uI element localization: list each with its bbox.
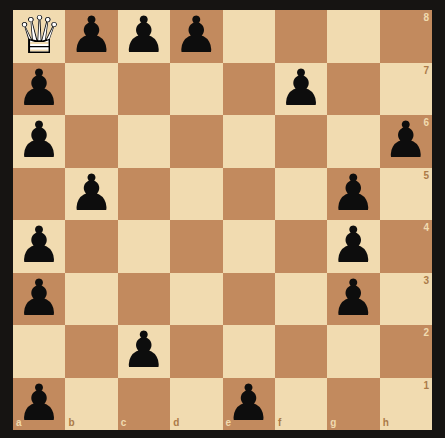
square-h6[interactable]: 6♟ [380, 115, 432, 168]
square-g5[interactable]: ♟ [327, 168, 379, 221]
black-pawn-icon[interactable]: ♟ [65, 10, 117, 63]
square-h1[interactable]: 1h [380, 378, 432, 431]
file-label-f: f [278, 418, 281, 428]
square-a5[interactable] [13, 168, 65, 221]
square-f7[interactable]: ♟ [275, 63, 327, 116]
black-pawn-icon[interactable]: ♟ [13, 63, 65, 116]
black-pawn-icon[interactable]: ♟ [65, 168, 117, 221]
black-pawn-icon[interactable]: ♟ [223, 378, 275, 431]
square-d1[interactable]: d [170, 378, 222, 431]
square-e5[interactable] [223, 168, 275, 221]
rank-label-4: 4 [423, 223, 429, 233]
square-h4[interactable]: 4 [380, 220, 432, 273]
rank-label-8: 8 [423, 13, 429, 23]
square-d5[interactable] [170, 168, 222, 221]
square-a7[interactable]: ♟ [13, 63, 65, 116]
square-d7[interactable] [170, 63, 222, 116]
square-d6[interactable] [170, 115, 222, 168]
square-f4[interactable] [275, 220, 327, 273]
square-a3[interactable]: ♟ [13, 273, 65, 326]
square-h2[interactable]: 2 [380, 325, 432, 378]
square-f2[interactable] [275, 325, 327, 378]
square-h8[interactable]: 8 [380, 10, 432, 63]
square-e3[interactable] [223, 273, 275, 326]
file-label-g: g [330, 418, 336, 428]
square-a8[interactable]: ♛♕ [13, 10, 65, 63]
square-f3[interactable] [275, 273, 327, 326]
black-pawn-icon[interactable]: ♟ [13, 273, 65, 326]
white-queen-icon[interactable]: ♕ [13, 10, 65, 63]
black-pawn-icon[interactable]: ♟ [170, 10, 222, 63]
square-e1[interactable]: e♟ [223, 378, 275, 431]
square-e8[interactable] [223, 10, 275, 63]
square-h5[interactable]: 5 [380, 168, 432, 221]
square-d2[interactable] [170, 325, 222, 378]
square-c4[interactable] [118, 220, 170, 273]
square-e4[interactable] [223, 220, 275, 273]
file-label-h: h [383, 418, 389, 428]
square-e6[interactable] [223, 115, 275, 168]
square-c3[interactable] [118, 273, 170, 326]
black-pawn-icon[interactable]: ♟ [327, 168, 379, 221]
black-pawn-icon[interactable]: ♟ [118, 325, 170, 378]
square-c8[interactable]: ♟ [118, 10, 170, 63]
square-b7[interactable] [65, 63, 117, 116]
square-b6[interactable] [65, 115, 117, 168]
square-c2[interactable]: ♟ [118, 325, 170, 378]
file-label-d: d [173, 418, 179, 428]
square-f6[interactable] [275, 115, 327, 168]
square-b4[interactable] [65, 220, 117, 273]
black-pawn-icon[interactable]: ♟ [13, 220, 65, 273]
file-label-b: b [68, 418, 74, 428]
square-f1[interactable]: f [275, 378, 327, 431]
square-a4[interactable]: ♟ [13, 220, 65, 273]
rank-label-5: 5 [423, 171, 429, 181]
square-g8[interactable] [327, 10, 379, 63]
square-h7[interactable]: 7 [380, 63, 432, 116]
black-pawn-icon[interactable]: ♟ [118, 10, 170, 63]
square-c7[interactable] [118, 63, 170, 116]
black-pawn-icon[interactable]: ♟ [275, 63, 327, 116]
black-pawn-icon[interactable]: ♟ [13, 115, 65, 168]
black-pawn-icon[interactable]: ♟ [327, 220, 379, 273]
square-a2[interactable] [13, 325, 65, 378]
square-g2[interactable] [327, 325, 379, 378]
chess-board: ♛♕♟♟♟8♟♟7♟6♟♟♟5♟♟4♟♟3♟2a♟bcde♟fg1h [13, 10, 432, 430]
square-b8[interactable]: ♟ [65, 10, 117, 63]
black-pawn-icon[interactable]: ♟ [327, 273, 379, 326]
rank-label-2: 2 [423, 328, 429, 338]
square-h3[interactable]: 3 [380, 273, 432, 326]
square-d3[interactable] [170, 273, 222, 326]
rank-label-1: 1 [423, 381, 429, 391]
rank-label-3: 3 [423, 276, 429, 286]
file-label-c: c [121, 418, 127, 428]
square-f5[interactable] [275, 168, 327, 221]
square-e2[interactable] [223, 325, 275, 378]
square-b3[interactable] [65, 273, 117, 326]
square-c6[interactable] [118, 115, 170, 168]
square-d8[interactable]: ♟ [170, 10, 222, 63]
square-g4[interactable]: ♟ [327, 220, 379, 273]
square-c1[interactable]: c [118, 378, 170, 431]
square-g6[interactable] [327, 115, 379, 168]
rank-label-7: 7 [423, 66, 429, 76]
square-b2[interactable] [65, 325, 117, 378]
black-pawn-icon[interactable]: ♟ [13, 378, 65, 431]
square-a6[interactable]: ♟ [13, 115, 65, 168]
square-b5[interactable]: ♟ [65, 168, 117, 221]
board-frame: ♛♕♟♟♟8♟♟7♟6♟♟♟5♟♟4♟♟3♟2a♟bcde♟fg1h [0, 0, 445, 438]
square-c5[interactable] [118, 168, 170, 221]
square-g3[interactable]: ♟ [327, 273, 379, 326]
black-pawn-icon[interactable]: ♟ [380, 115, 432, 168]
square-d4[interactable] [170, 220, 222, 273]
square-g1[interactable]: g [327, 378, 379, 431]
square-e7[interactable] [223, 63, 275, 116]
square-a1[interactable]: a♟ [13, 378, 65, 431]
square-g7[interactable] [327, 63, 379, 116]
square-f8[interactable] [275, 10, 327, 63]
square-b1[interactable]: b [65, 378, 117, 431]
